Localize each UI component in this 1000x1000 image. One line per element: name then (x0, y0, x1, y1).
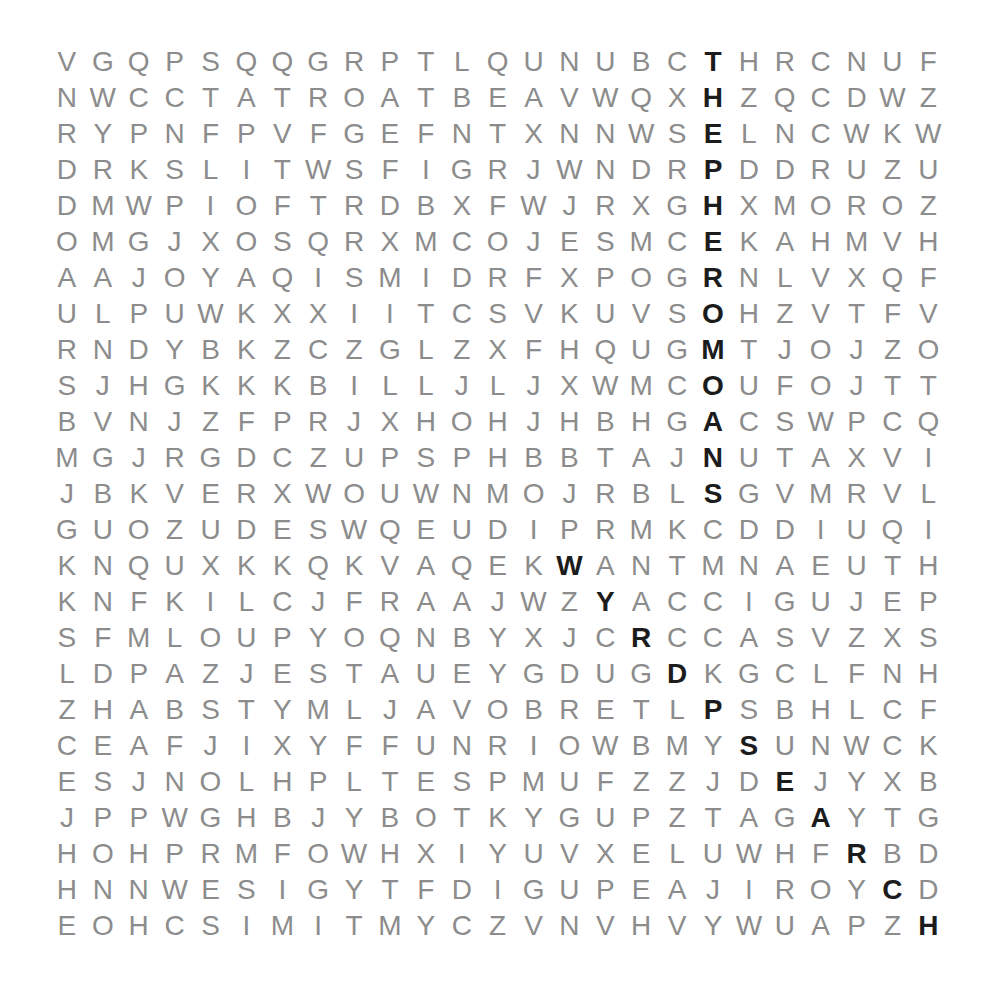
grid-cell[interactable]: J (193, 728, 229, 764)
grid-cell[interactable]: N (587, 152, 623, 188)
grid-cell[interactable]: V (803, 296, 839, 332)
grid-cell[interactable]: R (336, 188, 372, 224)
grid-cell[interactable]: U (444, 512, 480, 548)
grid-cell[interactable]: H (910, 548, 946, 584)
grid-cell[interactable]: U (49, 296, 85, 332)
grid-cell[interactable]: T (480, 116, 516, 152)
grid-cell[interactable]: S (228, 872, 264, 908)
grid-cell[interactable]: F (516, 332, 552, 368)
grid-cell[interactable]: T (874, 800, 910, 836)
grid-cell[interactable]: U (839, 548, 875, 584)
grid-cell[interactable]: O (157, 260, 193, 296)
grid-cell[interactable]: Q (264, 260, 300, 296)
grid-cell[interactable]: K (695, 656, 731, 692)
grid-cell[interactable]: N (157, 764, 193, 800)
grid-cell[interactable]: H (910, 908, 946, 944)
grid-cell[interactable]: V (444, 692, 480, 728)
grid-cell[interactable]: F (516, 260, 552, 296)
grid-cell[interactable]: H (85, 692, 121, 728)
grid-cell[interactable]: X (551, 260, 587, 296)
grid-cell[interactable]: Y (480, 620, 516, 656)
grid-cell[interactable]: G (372, 332, 408, 368)
grid-cell[interactable]: Q (910, 404, 946, 440)
grid-cell[interactable]: H (480, 404, 516, 440)
grid-cell[interactable]: R (85, 152, 121, 188)
grid-cell[interactable]: A (623, 440, 659, 476)
grid-cell[interactable]: F (803, 836, 839, 872)
grid-cell[interactable]: S (767, 404, 803, 440)
grid-cell[interactable]: Z (874, 152, 910, 188)
grid-cell[interactable]: C (695, 584, 731, 620)
grid-cell[interactable]: G (767, 584, 803, 620)
grid-cell[interactable]: T (408, 44, 444, 80)
grid-cell[interactable]: V (551, 836, 587, 872)
grid-cell[interactable]: Q (767, 80, 803, 116)
grid-cell[interactable]: O (695, 296, 731, 332)
grid-cell[interactable]: A (444, 584, 480, 620)
grid-cell[interactable]: K (193, 368, 229, 404)
grid-cell[interactable]: B (910, 764, 946, 800)
grid-cell[interactable]: G (49, 512, 85, 548)
grid-cell[interactable]: W (839, 116, 875, 152)
grid-cell[interactable]: W (336, 836, 372, 872)
grid-cell[interactable]: V (516, 296, 552, 332)
grid-cell[interactable]: W (157, 800, 193, 836)
grid-cell[interactable]: J (49, 476, 85, 512)
grid-cell[interactable]: V (551, 80, 587, 116)
grid-cell[interactable]: U (587, 800, 623, 836)
grid-cell[interactable]: N (85, 548, 121, 584)
grid-cell[interactable]: J (695, 872, 731, 908)
grid-cell[interactable]: O (695, 368, 731, 404)
grid-cell[interactable]: F (336, 584, 372, 620)
grid-cell[interactable]: F (300, 116, 336, 152)
grid-cell[interactable]: I (803, 512, 839, 548)
grid-cell[interactable]: C (695, 512, 731, 548)
grid-cell[interactable]: U (228, 620, 264, 656)
grid-cell[interactable]: P (695, 692, 731, 728)
grid-cell[interactable]: O (121, 512, 157, 548)
grid-cell[interactable]: U (910, 152, 946, 188)
grid-cell[interactable]: G (193, 800, 229, 836)
grid-cell[interactable]: C (659, 620, 695, 656)
grid-cell[interactable]: A (49, 260, 85, 296)
grid-cell[interactable]: P (85, 800, 121, 836)
grid-cell[interactable]: M (300, 692, 336, 728)
grid-cell[interactable]: L (193, 152, 229, 188)
grid-cell[interactable]: S (480, 296, 516, 332)
grid-cell[interactable]: H (731, 296, 767, 332)
grid-cell[interactable]: V (874, 224, 910, 260)
grid-cell[interactable]: M (767, 188, 803, 224)
grid-cell[interactable]: X (731, 188, 767, 224)
grid-cell[interactable]: X (264, 728, 300, 764)
grid-cell[interactable]: M (695, 548, 731, 584)
grid-cell[interactable]: R (839, 836, 875, 872)
grid-cell[interactable]: Y (300, 728, 336, 764)
grid-cell[interactable]: T (874, 368, 910, 404)
grid-cell[interactable]: N (49, 80, 85, 116)
grid-cell[interactable]: U (193, 512, 229, 548)
grid-cell[interactable]: B (623, 44, 659, 80)
grid-cell[interactable]: E (623, 836, 659, 872)
grid-cell[interactable]: O (480, 224, 516, 260)
grid-cell[interactable]: X (264, 476, 300, 512)
grid-cell[interactable]: U (839, 512, 875, 548)
grid-cell[interactable]: I (228, 728, 264, 764)
grid-cell[interactable]: W (551, 152, 587, 188)
grid-cell[interactable]: V (49, 44, 85, 80)
grid-cell[interactable]: U (874, 44, 910, 80)
grid-cell[interactable]: I (731, 584, 767, 620)
grid-cell[interactable]: S (300, 512, 336, 548)
grid-cell[interactable]: D (444, 872, 480, 908)
grid-cell[interactable]: H (695, 80, 731, 116)
grid-cell[interactable]: U (516, 836, 552, 872)
grid-cell[interactable]: G (516, 656, 552, 692)
grid-cell[interactable]: H (767, 836, 803, 872)
grid-cell[interactable]: K (516, 548, 552, 584)
grid-cell[interactable]: P (372, 440, 408, 476)
grid-cell[interactable]: I (193, 584, 229, 620)
grid-cell[interactable]: G (300, 872, 336, 908)
grid-cell[interactable]: U (767, 908, 803, 944)
grid-cell[interactable]: Y (300, 620, 336, 656)
grid-cell[interactable]: X (587, 836, 623, 872)
grid-cell[interactable]: F (372, 728, 408, 764)
grid-cell[interactable]: J (551, 620, 587, 656)
grid-cell[interactable]: G (767, 800, 803, 836)
grid-cell[interactable]: Q (228, 44, 264, 80)
grid-cell[interactable]: H (121, 908, 157, 944)
grid-cell[interactable]: E (695, 224, 731, 260)
grid-cell[interactable]: A (121, 692, 157, 728)
grid-cell[interactable]: U (587, 296, 623, 332)
grid-cell[interactable]: C (659, 224, 695, 260)
grid-cell[interactable]: D (839, 80, 875, 116)
grid-cell[interactable]: X (372, 404, 408, 440)
grid-cell[interactable]: O (623, 260, 659, 296)
grid-cell[interactable]: S (193, 44, 229, 80)
grid-cell[interactable]: H (803, 692, 839, 728)
grid-cell[interactable]: Y (695, 728, 731, 764)
grid-cell[interactable]: I (228, 152, 264, 188)
grid-cell[interactable]: K (49, 548, 85, 584)
grid-cell[interactable]: F (480, 188, 516, 224)
grid-cell[interactable]: H (803, 224, 839, 260)
grid-cell[interactable]: M (695, 332, 731, 368)
grid-cell[interactable]: P (839, 908, 875, 944)
grid-cell[interactable]: P (910, 584, 946, 620)
grid-cell[interactable]: I (300, 260, 336, 296)
grid-cell[interactable]: R (551, 692, 587, 728)
grid-cell[interactable]: S (659, 296, 695, 332)
grid-cell[interactable]: V (874, 440, 910, 476)
grid-cell[interactable]: I (336, 368, 372, 404)
grid-cell[interactable]: P (372, 44, 408, 80)
grid-cell[interactable]: E (695, 116, 731, 152)
grid-cell[interactable]: B (193, 332, 229, 368)
grid-cell[interactable]: T (695, 800, 731, 836)
grid-cell[interactable]: U (157, 296, 193, 332)
grid-cell[interactable]: D (731, 512, 767, 548)
grid-cell[interactable]: H (121, 836, 157, 872)
grid-cell[interactable]: R (49, 116, 85, 152)
grid-cell[interactable]: P (480, 764, 516, 800)
grid-cell[interactable]: M (408, 224, 444, 260)
grid-cell[interactable]: C (874, 692, 910, 728)
grid-cell[interactable]: Q (121, 548, 157, 584)
grid-cell[interactable]: N (839, 44, 875, 80)
grid-cell[interactable]: M (839, 224, 875, 260)
grid-cell[interactable]: K (264, 368, 300, 404)
grid-cell[interactable]: A (157, 656, 193, 692)
grid-cell[interactable]: C (874, 404, 910, 440)
grid-cell[interactable]: S (408, 440, 444, 476)
grid-cell[interactable]: A (85, 260, 121, 296)
grid-cell[interactable]: O (336, 620, 372, 656)
grid-cell[interactable]: U (551, 872, 587, 908)
grid-cell[interactable]: N (803, 728, 839, 764)
grid-cell[interactable]: F (157, 728, 193, 764)
grid-cell[interactable]: W (803, 404, 839, 440)
grid-cell[interactable]: S (695, 476, 731, 512)
grid-cell[interactable]: U (516, 44, 552, 80)
grid-cell[interactable]: P (121, 656, 157, 692)
grid-cell[interactable]: V (874, 476, 910, 512)
grid-cell[interactable]: V (264, 116, 300, 152)
grid-cell[interactable]: E (874, 584, 910, 620)
grid-cell[interactable]: M (803, 476, 839, 512)
grid-cell[interactable]: T (408, 80, 444, 116)
grid-cell[interactable]: Z (910, 188, 946, 224)
grid-cell[interactable]: H (408, 404, 444, 440)
grid-cell[interactable]: I (264, 872, 300, 908)
grid-cell[interactable]: I (408, 152, 444, 188)
grid-cell[interactable]: R (336, 44, 372, 80)
grid-cell[interactable]: J (336, 404, 372, 440)
grid-cell[interactable]: K (874, 116, 910, 152)
grid-cell[interactable]: J (157, 224, 193, 260)
grid-cell[interactable]: C (659, 368, 695, 404)
grid-cell[interactable]: V (157, 476, 193, 512)
grid-cell[interactable]: Z (157, 512, 193, 548)
grid-cell[interactable]: T (408, 296, 444, 332)
grid-cell[interactable]: Y (193, 260, 229, 296)
grid-cell[interactable]: H (551, 404, 587, 440)
grid-cell[interactable]: J (767, 332, 803, 368)
grid-cell[interactable]: Y (157, 332, 193, 368)
grid-cell[interactable]: C (444, 908, 480, 944)
grid-cell[interactable]: J (551, 476, 587, 512)
grid-cell[interactable]: B (85, 476, 121, 512)
grid-cell[interactable]: C (874, 728, 910, 764)
grid-cell[interactable]: T (193, 80, 229, 116)
grid-cell[interactable]: R (623, 620, 659, 656)
grid-cell[interactable]: P (157, 188, 193, 224)
grid-cell[interactable]: P (264, 404, 300, 440)
grid-cell[interactable]: F (408, 872, 444, 908)
grid-cell[interactable]: K (910, 728, 946, 764)
grid-cell[interactable]: E (408, 512, 444, 548)
grid-cell[interactable]: A (408, 548, 444, 584)
grid-cell[interactable]: P (839, 404, 875, 440)
grid-cell[interactable]: W (516, 584, 552, 620)
grid-cell[interactable]: T (731, 332, 767, 368)
grid-cell[interactable]: P (300, 764, 336, 800)
grid-cell[interactable]: B (767, 692, 803, 728)
grid-cell[interactable]: X (839, 440, 875, 476)
grid-cell[interactable]: Q (372, 512, 408, 548)
grid-cell[interactable]: G (659, 260, 695, 296)
grid-cell[interactable]: Q (444, 548, 480, 584)
grid-cell[interactable]: Z (767, 296, 803, 332)
grid-cell[interactable]: R (695, 260, 731, 296)
grid-cell[interactable]: O (551, 728, 587, 764)
grid-cell[interactable]: K (228, 368, 264, 404)
grid-cell[interactable]: N (444, 116, 480, 152)
grid-cell[interactable]: W (85, 80, 121, 116)
grid-cell[interactable]: Q (372, 620, 408, 656)
grid-cell[interactable]: Z (193, 656, 229, 692)
grid-cell[interactable]: F (910, 260, 946, 296)
grid-cell[interactable]: Z (839, 620, 875, 656)
grid-cell[interactable]: D (623, 152, 659, 188)
grid-cell[interactable]: C (695, 620, 731, 656)
grid-cell[interactable]: A (695, 404, 731, 440)
grid-cell[interactable]: M (49, 440, 85, 476)
grid-cell[interactable]: Y (264, 692, 300, 728)
grid-cell[interactable]: S (49, 620, 85, 656)
grid-cell[interactable]: W (551, 548, 587, 584)
grid-cell[interactable]: Z (193, 404, 229, 440)
grid-cell[interactable]: N (551, 44, 587, 80)
grid-cell[interactable]: E (49, 908, 85, 944)
grid-cell[interactable]: C (264, 584, 300, 620)
grid-cell[interactable]: X (444, 188, 480, 224)
grid-cell[interactable]: T (659, 548, 695, 584)
grid-cell[interactable]: R (300, 404, 336, 440)
grid-cell[interactable]: H (480, 440, 516, 476)
grid-cell[interactable]: F (264, 836, 300, 872)
grid-cell[interactable]: O (874, 188, 910, 224)
grid-cell[interactable]: I (228, 908, 264, 944)
grid-cell[interactable]: N (85, 584, 121, 620)
grid-cell[interactable]: U (336, 440, 372, 476)
grid-cell[interactable]: U (408, 728, 444, 764)
grid-cell[interactable]: S (444, 764, 480, 800)
grid-cell[interactable]: M (659, 728, 695, 764)
grid-cell[interactable]: G (193, 440, 229, 476)
grid-cell[interactable]: Q (874, 512, 910, 548)
grid-cell[interactable]: G (336, 116, 372, 152)
grid-cell[interactable]: J (444, 368, 480, 404)
grid-cell[interactable]: E (49, 764, 85, 800)
grid-cell[interactable]: Y (587, 584, 623, 620)
grid-cell[interactable]: U (731, 368, 767, 404)
grid-cell[interactable]: I (910, 512, 946, 548)
grid-cell[interactable]: X (659, 80, 695, 116)
grid-cell[interactable]: L (336, 764, 372, 800)
grid-cell[interactable]: L (767, 260, 803, 296)
grid-cell[interactable]: G (516, 872, 552, 908)
grid-cell[interactable]: N (444, 476, 480, 512)
grid-cell[interactable]: K (228, 296, 264, 332)
grid-cell[interactable]: N (874, 656, 910, 692)
grid-cell[interactable]: S (767, 620, 803, 656)
grid-cell[interactable]: I (193, 188, 229, 224)
grid-cell[interactable]: D (767, 152, 803, 188)
grid-cell[interactable]: H (49, 836, 85, 872)
grid-cell[interactable]: A (803, 908, 839, 944)
grid-cell[interactable]: I (444, 836, 480, 872)
grid-cell[interactable]: C (49, 728, 85, 764)
grid-cell[interactable]: A (659, 872, 695, 908)
grid-cell[interactable]: C (264, 440, 300, 476)
grid-cell[interactable]: O (228, 188, 264, 224)
grid-cell[interactable]: X (408, 836, 444, 872)
grid-cell[interactable]: T (874, 548, 910, 584)
grid-cell[interactable]: N (157, 116, 193, 152)
grid-cell[interactable]: Q (300, 224, 336, 260)
grid-cell[interactable]: Z (874, 332, 910, 368)
grid-cell[interactable]: R (839, 188, 875, 224)
grid-cell[interactable]: E (264, 656, 300, 692)
grid-cell[interactable]: N (587, 116, 623, 152)
grid-cell[interactable]: M (121, 620, 157, 656)
grid-cell[interactable]: I (516, 512, 552, 548)
grid-cell[interactable]: Z (659, 764, 695, 800)
grid-cell[interactable]: V (372, 548, 408, 584)
grid-cell[interactable]: F (839, 656, 875, 692)
grid-cell[interactable]: C (767, 656, 803, 692)
grid-cell[interactable]: G (444, 152, 480, 188)
grid-cell[interactable]: P (121, 296, 157, 332)
grid-cell[interactable]: D (767, 512, 803, 548)
grid-cell[interactable]: K (336, 548, 372, 584)
grid-cell[interactable]: J (803, 764, 839, 800)
grid-cell[interactable]: K (121, 152, 157, 188)
grid-cell[interactable]: L (157, 620, 193, 656)
grid-cell[interactable]: C (444, 224, 480, 260)
grid-cell[interactable]: X (480, 332, 516, 368)
grid-cell[interactable]: L (910, 476, 946, 512)
grid-cell[interactable]: X (372, 224, 408, 260)
grid-cell[interactable]: H (372, 836, 408, 872)
grid-cell[interactable]: R (372, 584, 408, 620)
grid-cell[interactable]: A (767, 224, 803, 260)
grid-cell[interactable]: L (731, 116, 767, 152)
grid-cell[interactable]: M (623, 368, 659, 404)
grid-cell[interactable]: B (49, 404, 85, 440)
grid-cell[interactable]: Z (659, 800, 695, 836)
grid-cell[interactable]: A (121, 728, 157, 764)
grid-cell[interactable]: F (910, 44, 946, 80)
grid-cell[interactable]: R (480, 260, 516, 296)
grid-cell[interactable]: O (193, 764, 229, 800)
grid-cell[interactable]: O (49, 224, 85, 260)
grid-cell[interactable]: U (157, 548, 193, 584)
grid-cell[interactable]: M (623, 512, 659, 548)
grid-cell[interactable]: E (444, 656, 480, 692)
grid-cell[interactable]: H (551, 332, 587, 368)
grid-cell[interactable]: M (372, 908, 408, 944)
grid-cell[interactable]: R (839, 476, 875, 512)
grid-cell[interactable]: M (264, 908, 300, 944)
grid-cell[interactable]: Y (839, 872, 875, 908)
grid-cell[interactable]: C (157, 80, 193, 116)
grid-cell[interactable]: S (731, 728, 767, 764)
